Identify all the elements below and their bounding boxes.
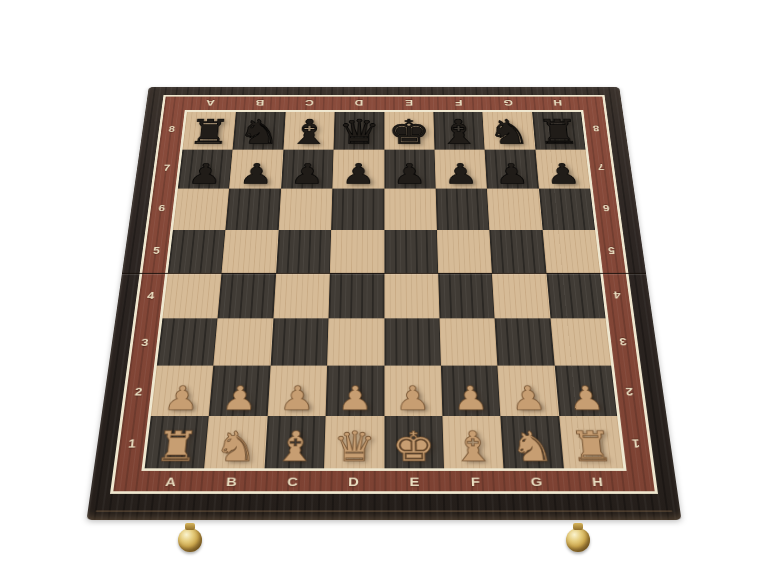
black-knight-b8[interactable]: ♞	[236, 115, 281, 149]
frame-corner-top-right	[581, 97, 603, 111]
square-d5[interactable]	[329, 230, 383, 273]
black-knight-g8[interactable]: ♞	[486, 115, 531, 149]
white-pawn-a2[interactable]: ♟	[162, 382, 201, 415]
square-h7[interactable]: ♟	[535, 149, 590, 188]
square-h4[interactable]	[546, 273, 605, 318]
square-d7[interactable]: ♟	[332, 149, 384, 188]
square-a1[interactable]: ♜	[144, 416, 209, 469]
file-label-bottom-e: E	[384, 471, 445, 491]
square-c2[interactable]: ♟	[267, 366, 327, 416]
black-rook-h8[interactable]: ♜	[535, 115, 581, 149]
square-b6[interactable]	[225, 189, 280, 230]
white-pawn-h2[interactable]: ♟	[566, 382, 605, 415]
black-rook-a8[interactable]: ♜	[186, 115, 232, 149]
frame-corner-bottom-left	[113, 471, 141, 491]
frame-corner-bottom-right	[626, 471, 654, 491]
white-king-e1[interactable]: ♚	[391, 426, 435, 467]
square-h3[interactable]	[550, 318, 611, 366]
black-bishop-c8[interactable]: ♝	[287, 115, 331, 149]
square-f7[interactable]: ♟	[434, 149, 487, 188]
square-e8[interactable]: ♚	[384, 112, 434, 150]
square-a8[interactable]: ♜	[182, 112, 236, 150]
file-labels-top: ABCDEFGH	[184, 97, 583, 111]
square-a2[interactable]: ♟	[150, 366, 213, 416]
file-label-bottom-b: B	[200, 471, 262, 491]
white-pawn-b2[interactable]: ♟	[220, 382, 258, 415]
square-b8[interactable]: ♞	[232, 112, 285, 150]
square-h2[interactable]: ♟	[554, 366, 617, 416]
file-label-bottom-a: A	[138, 471, 201, 491]
rank-label-right-7: 7	[587, 148, 614, 188]
white-pawn-c2[interactable]: ♟	[278, 382, 315, 415]
rank-label-right-8: 8	[583, 110, 609, 148]
square-d8[interactable]: ♛	[333, 112, 383, 150]
black-pawn-c7[interactable]: ♟	[289, 160, 325, 188]
black-king-e8[interactable]: ♚	[387, 115, 430, 149]
square-a6[interactable]	[172, 189, 228, 230]
square-e6[interactable]	[384, 189, 437, 230]
square-c5[interactable]	[275, 230, 330, 273]
square-g3[interactable]	[494, 318, 554, 366]
white-pawn-f2[interactable]: ♟	[452, 382, 489, 415]
square-b2[interactable]: ♟	[209, 366, 270, 416]
white-pawn-e2[interactable]: ♟	[395, 382, 431, 415]
file-label-top-b: B	[234, 97, 285, 111]
white-pawn-g2[interactable]: ♟	[509, 382, 547, 415]
file-label-bottom-g: G	[505, 471, 567, 491]
hinge-clasp-left-icon	[178, 528, 202, 552]
file-label-bottom-c: C	[261, 471, 323, 491]
file-label-bottom-h: H	[565, 471, 628, 491]
file-label-top-h: H	[532, 97, 583, 111]
board-squares: ♜♞♝♛♚♝♞♜♟♟♟♟♟♟♟♟♟♟♟♟♟♟♟♟♜♞♝♛♚♝♞♜	[141, 110, 626, 471]
white-knight-g1[interactable]: ♞	[509, 426, 555, 467]
square-d1[interactable]: ♛	[324, 416, 384, 469]
square-d3[interactable]	[327, 318, 384, 366]
black-queen-d8[interactable]: ♛	[337, 115, 380, 149]
square-b5[interactable]	[221, 230, 278, 273]
square-h5[interactable]	[542, 230, 600, 273]
square-c4[interactable]	[273, 273, 330, 318]
square-a5[interactable]	[167, 230, 225, 273]
square-g6[interactable]	[487, 189, 542, 230]
white-rook-h1[interactable]: ♜	[567, 426, 615, 467]
square-g1[interactable]: ♞	[500, 416, 563, 469]
rank-label-right-3: 3	[608, 319, 638, 367]
file-labels-bottom: ABCDEFGH	[138, 471, 628, 491]
white-pawn-d2[interactable]: ♟	[337, 382, 373, 415]
black-pawn-d7[interactable]: ♟	[340, 160, 375, 188]
file-label-top-f: F	[433, 97, 483, 111]
black-pawn-h7[interactable]: ♟	[544, 160, 581, 188]
rank-label-right-6: 6	[592, 188, 619, 230]
square-h8[interactable]: ♜	[531, 112, 585, 150]
board-frame: ABCDEFGH 87654321 ♜♞♝♛♚♝♞♜♟♟♟♟♟♟♟♟♟♟♟♟♟♟…	[110, 95, 658, 494]
square-g8[interactable]: ♞	[482, 112, 535, 150]
square-b7[interactable]: ♟	[229, 149, 283, 188]
black-pawn-a7[interactable]: ♟	[186, 160, 223, 188]
square-f5[interactable]	[436, 230, 491, 273]
square-e1[interactable]: ♚	[384, 416, 444, 469]
board-scene: ABCDEFGH 87654321 ♜♞♝♛♚♝♞♜♟♟♟♟♟♟♟♟♟♟♟♟♟♟…	[86, 0, 681, 520]
square-g2[interactable]: ♟	[497, 366, 558, 416]
black-pawn-f7[interactable]: ♟	[442, 160, 478, 188]
black-pawn-b7[interactable]: ♟	[237, 160, 273, 188]
square-c1[interactable]: ♝	[264, 416, 325, 469]
photo-background: ABCDEFGH 87654321 ♜♞♝♛♚♝♞♜♟♟♟♟♟♟♟♟♟♟♟♟♟♟…	[0, 0, 767, 576]
square-e2[interactable]: ♟	[384, 366, 442, 416]
square-a7[interactable]: ♟	[177, 149, 232, 188]
square-d2[interactable]: ♟	[325, 366, 383, 416]
square-d4[interactable]	[328, 273, 383, 318]
file-label-bottom-f: F	[444, 471, 506, 491]
square-g7[interactable]: ♟	[484, 149, 538, 188]
white-bishop-c1[interactable]: ♝	[272, 426, 317, 467]
square-e4[interactable]	[384, 273, 439, 318]
square-c6[interactable]	[278, 189, 332, 230]
file-label-top-c: C	[284, 97, 334, 111]
file-label-top-a: A	[184, 97, 235, 111]
square-c7[interactable]: ♟	[280, 149, 333, 188]
board-fold-seam	[121, 273, 645, 274]
square-g5[interactable]	[489, 230, 546, 273]
square-h1[interactable]: ♜	[558, 416, 623, 469]
chess-board-box: ABCDEFGH 87654321 ♜♞♝♛♚♝♞♜♟♟♟♟♟♟♟♟♟♟♟♟♟♟…	[86, 87, 681, 520]
square-a4[interactable]	[162, 273, 221, 318]
square-f6[interactable]	[435, 189, 489, 230]
square-d6[interactable]	[331, 189, 384, 230]
square-f3[interactable]	[439, 318, 497, 366]
square-b4[interactable]	[217, 273, 275, 318]
square-f1[interactable]: ♝	[442, 416, 503, 469]
frame-corner-top-left	[163, 97, 185, 111]
file-label-top-e: E	[384, 97, 434, 111]
square-g4[interactable]	[492, 273, 550, 318]
rank-label-right-4: 4	[602, 273, 631, 319]
square-a3[interactable]	[156, 318, 217, 366]
white-bishop-f1[interactable]: ♝	[450, 426, 495, 467]
square-e7[interactable]: ♟	[384, 149, 436, 188]
white-queen-d1[interactable]: ♛	[332, 426, 376, 467]
square-c3[interactable]	[270, 318, 328, 366]
file-label-top-d: D	[334, 97, 384, 111]
file-label-bottom-d: D	[322, 471, 383, 491]
square-e3[interactable]	[384, 318, 441, 366]
black-pawn-e7[interactable]: ♟	[392, 160, 427, 188]
square-c8[interactable]: ♝	[283, 112, 334, 150]
square-b3[interactable]	[213, 318, 273, 366]
square-f8[interactable]: ♝	[433, 112, 484, 150]
square-f4[interactable]	[438, 273, 495, 318]
black-pawn-g7[interactable]: ♟	[493, 160, 529, 188]
square-h6[interactable]	[538, 189, 594, 230]
white-rook-a1[interactable]: ♜	[152, 426, 200, 467]
hinge-clasp-right-icon	[566, 528, 590, 552]
white-knight-b1[interactable]: ♞	[212, 426, 258, 467]
square-f2[interactable]: ♟	[440, 366, 500, 416]
rank-label-right-5: 5	[597, 229, 625, 273]
square-e5[interactable]	[384, 230, 438, 273]
file-label-top-g: G	[482, 97, 533, 111]
black-bishop-f8[interactable]: ♝	[437, 115, 481, 149]
square-b1[interactable]: ♞	[204, 416, 267, 469]
